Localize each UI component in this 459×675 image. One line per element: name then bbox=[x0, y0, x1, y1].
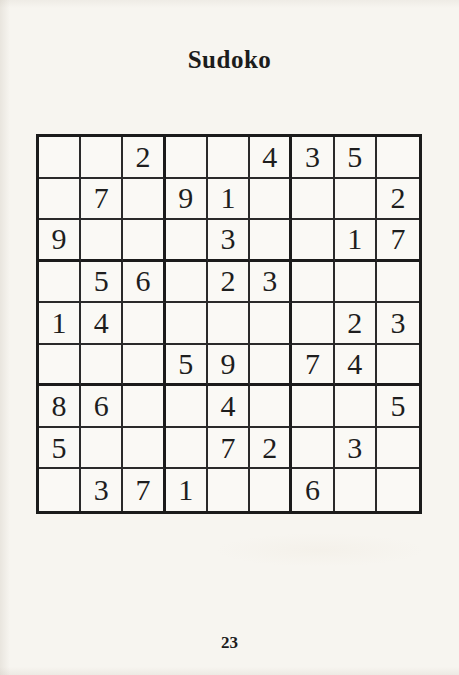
sudoku-cell-r2c5[interactable]: 1 bbox=[208, 179, 250, 221]
sudoku-cell-r4c8[interactable] bbox=[335, 262, 377, 304]
sudoku-cell-r4c7[interactable] bbox=[292, 262, 334, 304]
sudoku-cell-r9c6[interactable] bbox=[250, 469, 292, 511]
sudoku-cell-r4c2[interactable]: 5 bbox=[81, 262, 123, 304]
sudoku-cell-r5c1[interactable]: 1 bbox=[39, 303, 81, 345]
sudoku-cell-r2c2[interactable]: 7 bbox=[81, 179, 123, 221]
sudoku-cell-r5c7[interactable] bbox=[292, 303, 334, 345]
sudoku-cell-r4c3[interactable]: 6 bbox=[123, 262, 165, 304]
sudoku-cell-r9c7[interactable]: 6 bbox=[292, 469, 334, 511]
sudoku-cell-r8c5[interactable]: 7 bbox=[208, 428, 250, 470]
sudoku-cell-r5c9[interactable]: 3 bbox=[377, 303, 419, 345]
sudoku-cell-r4c9[interactable] bbox=[377, 262, 419, 304]
sudoku-cell-r9c4[interactable]: 1 bbox=[166, 469, 208, 511]
book-page: Sudoko 243579129317562314235974864557233… bbox=[0, 0, 459, 675]
sudoku-cell-r8c8[interactable]: 3 bbox=[335, 428, 377, 470]
sudoku-cell-r9c9[interactable] bbox=[377, 469, 419, 511]
sudoku-cell-r2c8[interactable] bbox=[335, 179, 377, 221]
sudoku-cell-r1c1[interactable] bbox=[39, 137, 81, 179]
sudoku-cell-r3c1[interactable]: 9 bbox=[39, 220, 81, 262]
sudoku-cell-r5c8[interactable]: 2 bbox=[335, 303, 377, 345]
sudoku-cell-r8c4[interactable] bbox=[166, 428, 208, 470]
sudoku-cell-r6c5[interactable]: 9 bbox=[208, 345, 250, 387]
sudoku-cell-r1c5[interactable] bbox=[208, 137, 250, 179]
sudoku-cell-r5c2[interactable]: 4 bbox=[81, 303, 123, 345]
sudoku-cell-r9c2[interactable]: 3 bbox=[81, 469, 123, 511]
sudoku-cell-r4c1[interactable] bbox=[39, 262, 81, 304]
sudoku-cell-r9c8[interactable] bbox=[335, 469, 377, 511]
sudoku-cell-r3c2[interactable] bbox=[81, 220, 123, 262]
sudoku-cell-r5c4[interactable] bbox=[166, 303, 208, 345]
sudoku-cell-r1c4[interactable] bbox=[166, 137, 208, 179]
sudoku-cell-r6c6[interactable] bbox=[250, 345, 292, 387]
sudoku-cell-r5c3[interactable] bbox=[123, 303, 165, 345]
sudoku-cell-r9c1[interactable] bbox=[39, 469, 81, 511]
sudoku-cell-r2c9[interactable]: 2 bbox=[377, 179, 419, 221]
sudoku-cell-r2c7[interactable] bbox=[292, 179, 334, 221]
sudoku-cell-r7c3[interactable] bbox=[123, 386, 165, 428]
sudoku-cell-r5c6[interactable] bbox=[250, 303, 292, 345]
sudoku-cell-r7c6[interactable] bbox=[250, 386, 292, 428]
sudoku-cell-r2c4[interactable]: 9 bbox=[166, 179, 208, 221]
sudoku-grid: 243579129317562314235974864557233716 bbox=[36, 134, 422, 514]
sudoku-cell-r7c8[interactable] bbox=[335, 386, 377, 428]
sudoku-cell-r1c3[interactable]: 2 bbox=[123, 137, 165, 179]
sudoku-cell-r7c1[interactable]: 8 bbox=[39, 386, 81, 428]
sudoku-cell-r7c4[interactable] bbox=[166, 386, 208, 428]
sudoku-cell-r9c3[interactable]: 7 bbox=[123, 469, 165, 511]
sudoku-cell-r4c6[interactable]: 3 bbox=[250, 262, 292, 304]
sudoku-cell-r6c7[interactable]: 7 bbox=[292, 345, 334, 387]
sudoku-cell-r3c9[interactable]: 7 bbox=[377, 220, 419, 262]
sudoku-cell-r8c2[interactable] bbox=[81, 428, 123, 470]
sudoku-cell-r3c4[interactable] bbox=[166, 220, 208, 262]
sudoku-cell-r6c4[interactable]: 5 bbox=[166, 345, 208, 387]
sudoku-cell-r8c1[interactable]: 5 bbox=[39, 428, 81, 470]
sudoku-cell-r6c9[interactable] bbox=[377, 345, 419, 387]
sudoku-cell-r3c7[interactable] bbox=[292, 220, 334, 262]
sudoku-cell-r8c6[interactable]: 2 bbox=[250, 428, 292, 470]
sudoku-cell-r1c8[interactable]: 5 bbox=[335, 137, 377, 179]
sudoku-cell-r1c6[interactable]: 4 bbox=[250, 137, 292, 179]
sudoku-cell-r1c2[interactable] bbox=[81, 137, 123, 179]
sudoku-cell-r1c7[interactable]: 3 bbox=[292, 137, 334, 179]
sudoku-cell-r1c9[interactable] bbox=[377, 137, 419, 179]
sudoku-cell-r4c4[interactable] bbox=[166, 262, 208, 304]
sudoku-cell-r3c3[interactable] bbox=[123, 220, 165, 262]
sudoku-cell-r2c3[interactable] bbox=[123, 179, 165, 221]
sudoku-cell-r8c7[interactable] bbox=[292, 428, 334, 470]
sudoku-cell-r2c1[interactable] bbox=[39, 179, 81, 221]
sudoku-cell-r8c9[interactable] bbox=[377, 428, 419, 470]
sudoku-cell-r6c2[interactable] bbox=[81, 345, 123, 387]
sudoku-cell-r4c5[interactable]: 2 bbox=[208, 262, 250, 304]
sudoku-cell-r3c6[interactable] bbox=[250, 220, 292, 262]
sudoku-cell-r7c9[interactable]: 5 bbox=[377, 386, 419, 428]
sudoku-cell-r6c3[interactable] bbox=[123, 345, 165, 387]
page-number: 23 bbox=[0, 633, 459, 653]
sudoku-cell-r5c5[interactable] bbox=[208, 303, 250, 345]
sudoku-cell-r7c5[interactable]: 4 bbox=[208, 386, 250, 428]
sudoku-cell-r7c2[interactable]: 6 bbox=[81, 386, 123, 428]
page-title: Sudoko bbox=[0, 46, 459, 74]
sudoku-cell-r6c8[interactable]: 4 bbox=[335, 345, 377, 387]
sudoku-cell-r3c5[interactable]: 3 bbox=[208, 220, 250, 262]
sudoku-cell-r8c3[interactable] bbox=[123, 428, 165, 470]
sudoku-cell-r3c8[interactable]: 1 bbox=[335, 220, 377, 262]
sudoku-cell-r6c1[interactable] bbox=[39, 345, 81, 387]
sudoku-cell-r2c6[interactable] bbox=[250, 179, 292, 221]
sudoku-cell-r7c7[interactable] bbox=[292, 386, 334, 428]
sudoku-cell-r9c5[interactable] bbox=[208, 469, 250, 511]
